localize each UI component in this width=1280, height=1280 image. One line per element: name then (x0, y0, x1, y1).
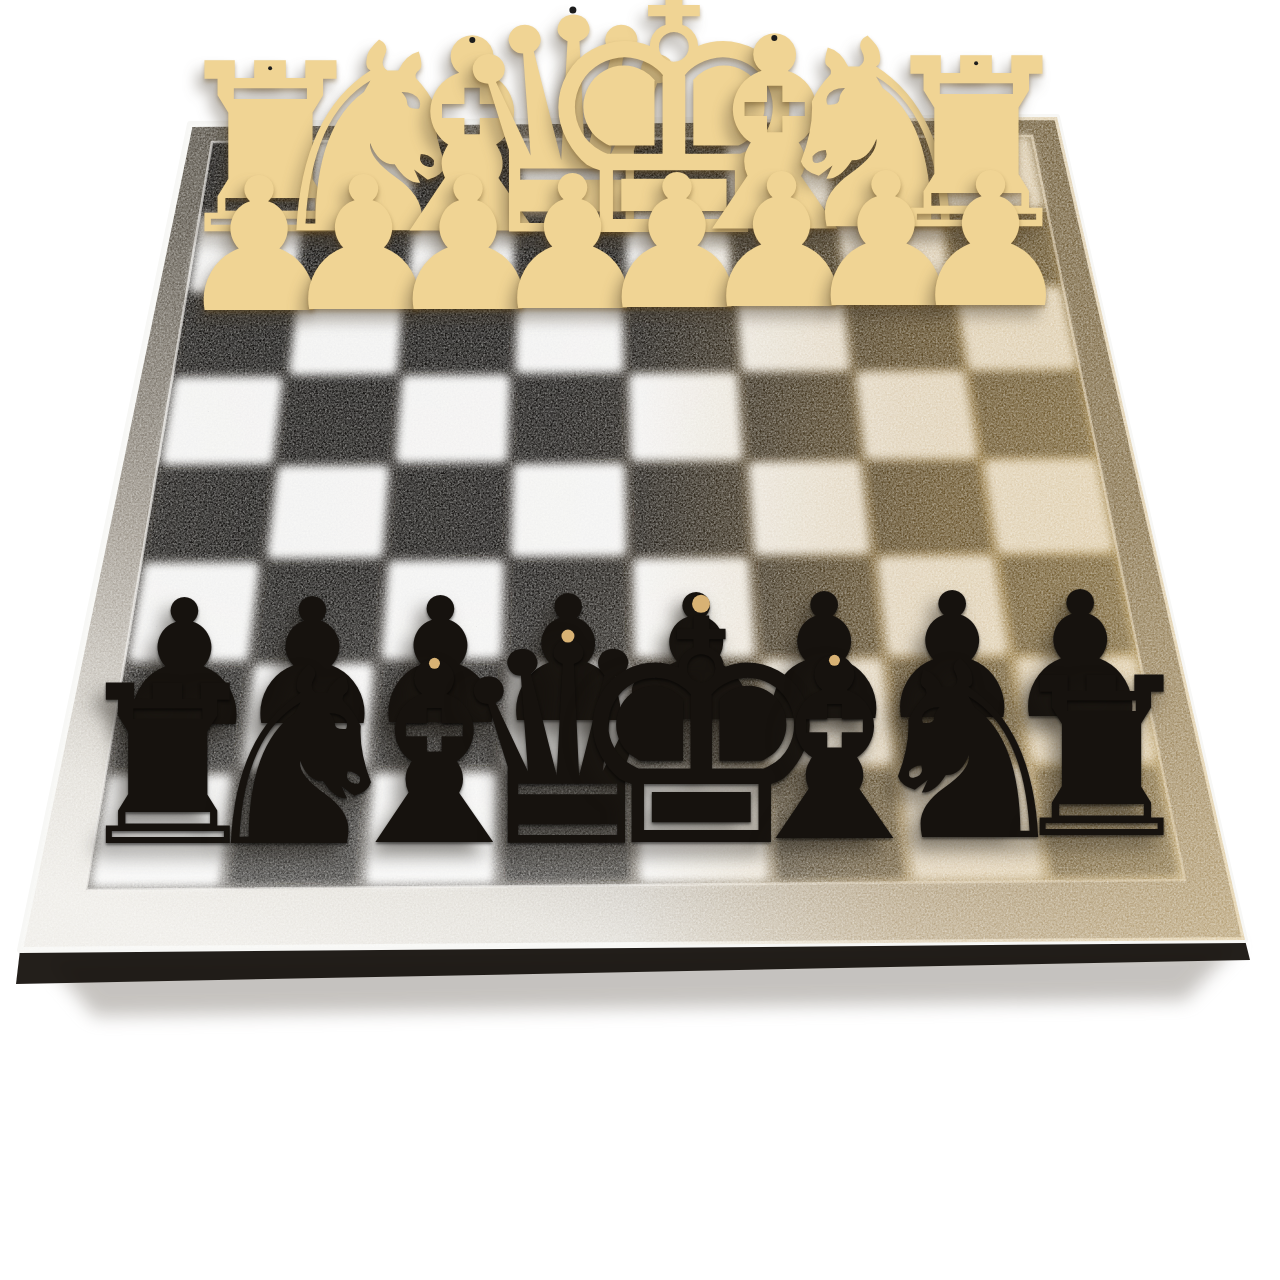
chess-board (0, 0, 1280, 1280)
chess-photo: ♜♞♝♛♚♝♞♜♟♟♟♟♟♟♟♟♟♟♟♟♟♟♟♟♜♞♝♛♚♝♞♜ (0, 0, 1280, 1280)
